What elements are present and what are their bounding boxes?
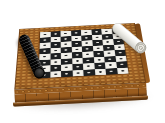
board-cell-r7c5 <box>94 68 106 75</box>
checkerboard <box>39 28 129 78</box>
board-cell-r7c2 <box>61 70 72 77</box>
board-cell-r7c4 <box>83 69 95 76</box>
board-cell-r7c3 <box>72 70 83 77</box>
photo-scene <box>0 0 165 123</box>
board-cell-r7c1 <box>50 71 61 78</box>
board-cell-r7c6 <box>105 68 117 75</box>
board-cell-r7c7 <box>117 67 129 74</box>
